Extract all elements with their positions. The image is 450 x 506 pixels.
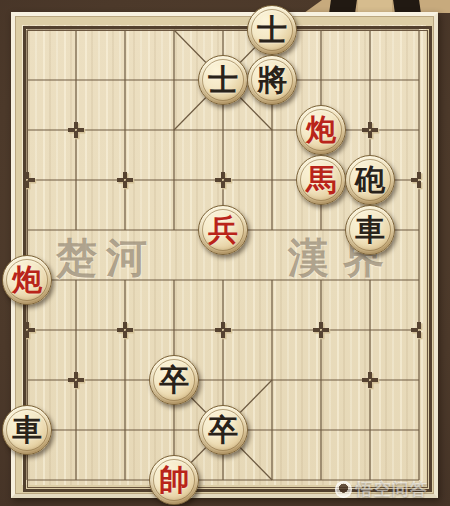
piece-red-cannon-2[interactable]: 炮 — [2, 255, 52, 305]
piece-black-soldier-2[interactable]: 卒 — [198, 405, 248, 455]
piece-black-chariot-2[interactable]: 車 — [2, 405, 52, 455]
piece-black-general[interactable]: 將 — [247, 55, 297, 105]
piece-black-chariot-1[interactable]: 車 — [345, 205, 395, 255]
piece-red-soldier[interactable]: 兵 — [198, 205, 248, 255]
watermark: 悟空问答 — [335, 478, 428, 501]
piece-black-advisor-1[interactable]: 士 — [247, 5, 297, 55]
piece-red-cannon-1[interactable]: 炮 — [296, 105, 346, 155]
piece-black-advisor-2[interactable]: 士 — [198, 55, 248, 105]
watermark-text: 悟空问答 — [356, 478, 428, 501]
piece-black-cannon[interactable]: 砲 — [345, 155, 395, 205]
river-text-left: 楚河 — [56, 231, 156, 286]
piece-red-general[interactable]: 帥 — [149, 455, 199, 505]
piece-red-horse[interactable]: 馬 — [296, 155, 346, 205]
piece-black-soldier-1[interactable]: 卒 — [149, 355, 199, 405]
wukong-logo-icon — [335, 481, 352, 498]
screenshot-root: 楚河 漢界 士士將炮馬砲車兵炮卒車卒帥 悟空问答 — [0, 0, 450, 506]
